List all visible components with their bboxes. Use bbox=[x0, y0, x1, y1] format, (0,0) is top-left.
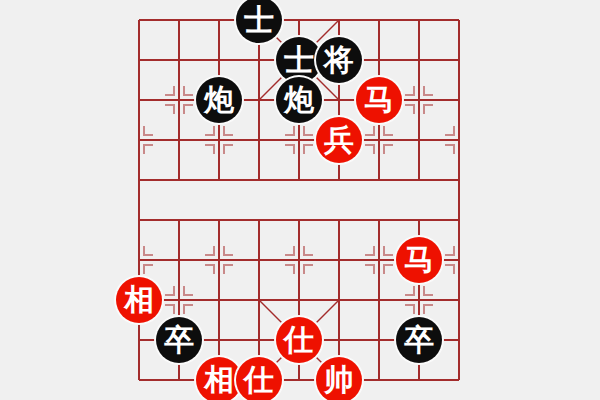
piece-red-horse[interactable]: 马 bbox=[396, 237, 442, 283]
piece-red-soldier[interactable]: 兵 bbox=[316, 117, 362, 163]
piece-red-advisor[interactable]: 仕 bbox=[276, 317, 322, 363]
piece-black-cannon[interactable]: 炮 bbox=[276, 77, 322, 123]
piece-black-cannon[interactable]: 炮 bbox=[196, 77, 242, 123]
piece-black-advisor[interactable]: 士 bbox=[236, 0, 282, 43]
piece-red-general[interactable]: 帅 bbox=[316, 357, 362, 400]
piece-red-advisor[interactable]: 仕 bbox=[236, 357, 282, 400]
piece-red-horse[interactable]: 马 bbox=[356, 77, 402, 123]
xiangqi-board[interactable]: 士士将炮炮马兵马相卒仕卒相仕帅 bbox=[119, 0, 479, 400]
piece-red-elephant[interactable]: 相 bbox=[116, 277, 162, 323]
xiangqi-board-screen: 士士将炮炮马兵马相卒仕卒相仕帅 bbox=[0, 0, 600, 400]
piece-black-general[interactable]: 将 bbox=[316, 37, 362, 83]
piece-black-soldier[interactable]: 卒 bbox=[396, 317, 442, 363]
piece-black-soldier[interactable]: 卒 bbox=[156, 317, 202, 363]
